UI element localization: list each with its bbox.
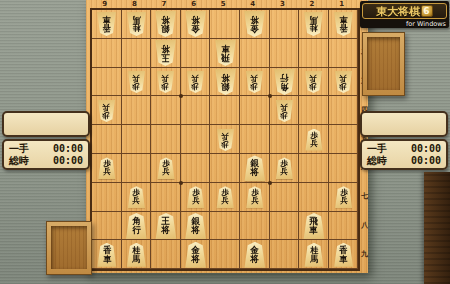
left-move-time-label: 一手 xyxy=(9,143,29,155)
board-square-2三[interactable]: 歩兵 xyxy=(299,68,329,97)
piece-kanji: 金 xyxy=(191,24,200,33)
piece-kanji: 車 xyxy=(221,44,230,53)
gote-piece-飛[interactable]: 飛車 xyxy=(214,40,237,66)
sente-piece-金[interactable]: 金将 xyxy=(184,242,207,268)
sente-piece-歩[interactable]: 歩兵 xyxy=(186,186,205,208)
board-square-8一[interactable]: 桂馬 xyxy=(122,10,152,39)
piece-kanji: 車 xyxy=(103,16,111,25)
board-square-2四[interactable] xyxy=(299,96,329,125)
gote-piece-金[interactable]: 金将 xyxy=(184,11,207,37)
logo-subtitle: for Windows xyxy=(406,21,446,28)
piece-kanji: 銀 xyxy=(162,24,171,33)
sente-piece-歩[interactable]: 歩兵 xyxy=(127,186,146,208)
piece-kanji: 金 xyxy=(251,24,260,33)
board-square-1七[interactable]: 歩兵 xyxy=(329,183,359,212)
gote-piece-歩[interactable]: 歩兵 xyxy=(127,71,146,93)
board-star-point xyxy=(268,181,272,185)
logo-title: 東大将棋 xyxy=(375,6,419,17)
right-total-time-label: 総時 xyxy=(367,155,387,167)
left-total-time-value: 00:00 xyxy=(53,155,83,167)
board-square-6四[interactable] xyxy=(181,96,211,125)
wooden-side-panel xyxy=(424,172,450,284)
board-square-1三[interactable]: 歩兵 xyxy=(329,68,359,97)
board-square-7四[interactable] xyxy=(151,96,181,125)
file-label-4: 4 xyxy=(238,0,268,8)
file-label-7: 7 xyxy=(149,0,179,8)
board-square-9四[interactable]: 歩兵 xyxy=(92,96,122,125)
piece-kanji: 兵 xyxy=(251,197,259,205)
board-square-3八[interactable] xyxy=(270,212,300,241)
board-square-7九[interactable] xyxy=(151,240,181,269)
right-total-time-value: 00:00 xyxy=(411,155,441,167)
left-piece-stand[interactable] xyxy=(46,221,92,275)
board-square-6九[interactable]: 金将 xyxy=(181,240,211,269)
right-player-name-plate xyxy=(360,111,448,137)
board-grid[interactable]: 香車桂馬銀将金将金将桂馬香車玉将飛車歩兵歩兵歩兵銀将歩兵角行歩兵歩兵歩兵歩兵歩兵… xyxy=(90,8,360,271)
piece-kanji: 将 xyxy=(162,15,171,24)
board-square-8二[interactable] xyxy=(122,39,152,68)
board-square-3五[interactable] xyxy=(270,125,300,154)
file-label-8: 8 xyxy=(120,0,150,8)
board-square-8七[interactable]: 歩兵 xyxy=(122,183,152,212)
sente-piece-歩[interactable]: 歩兵 xyxy=(304,129,323,151)
piece-kanji: 兵 xyxy=(192,74,200,82)
board-square-8四[interactable] xyxy=(122,96,152,125)
piece-kanji: 兵 xyxy=(310,74,318,82)
piece-kanji: 将 xyxy=(162,226,171,235)
board-square-2一[interactable]: 桂馬 xyxy=(299,10,329,39)
sente-piece-王[interactable]: 王将 xyxy=(154,213,177,239)
sente-piece-桂[interactable]: 桂馬 xyxy=(303,243,324,267)
gote-piece-歩[interactable]: 歩兵 xyxy=(334,71,353,93)
piece-kanji: 車 xyxy=(103,255,111,264)
piece-kanji: 馬 xyxy=(310,255,318,264)
piece-kanji: 馬 xyxy=(132,255,140,264)
piece-kanji: 兵 xyxy=(340,197,348,205)
board-square-4二[interactable] xyxy=(240,39,270,68)
board-square-8八[interactable]: 角行 xyxy=(122,212,152,241)
piece-kanji: 銀 xyxy=(221,82,230,91)
board-square-5一[interactable] xyxy=(210,10,240,39)
gote-piece-歩[interactable]: 歩兵 xyxy=(275,100,294,122)
board-square-4六[interactable]: 銀将 xyxy=(240,154,270,183)
board-square-7三[interactable]: 歩兵 xyxy=(151,68,181,97)
board-square-5八[interactable] xyxy=(210,212,240,241)
piece-kanji: 兵 xyxy=(103,103,111,111)
sente-piece-歩[interactable]: 歩兵 xyxy=(216,186,235,208)
shogi-app-window: 987654321 一二三四五六七八九 香車桂馬銀将金将金将桂馬香車玉将飛車歩兵… xyxy=(0,0,450,284)
piece-kanji: 兵 xyxy=(281,103,289,111)
piece-kanji: 兵 xyxy=(221,197,229,205)
board-square-3三[interactable]: 角行 xyxy=(270,68,300,97)
piece-kanji: 兵 xyxy=(103,168,111,176)
piece-kanji: 行 xyxy=(280,73,289,82)
logo-version-badge: 6 xyxy=(421,5,433,17)
sente-piece-歩[interactable]: 歩兵 xyxy=(245,186,264,208)
piece-kanji: 桂 xyxy=(310,24,318,33)
sente-piece-歩[interactable]: 歩兵 xyxy=(334,186,353,208)
board-square-6三[interactable]: 歩兵 xyxy=(181,68,211,97)
sente-piece-香[interactable]: 香車 xyxy=(333,243,354,267)
board-square-2七[interactable] xyxy=(299,183,329,212)
piece-kanji: 歩 xyxy=(162,82,170,90)
board-square-7八[interactable]: 王将 xyxy=(151,212,181,241)
board-square-6二[interactable] xyxy=(181,39,211,68)
board-square-3九[interactable] xyxy=(270,240,300,269)
piece-kanji: 歩 xyxy=(192,82,200,90)
sente-piece-金[interactable]: 金将 xyxy=(243,242,266,268)
gote-piece-歩[interactable]: 歩兵 xyxy=(186,71,205,93)
board-square-2八[interactable]: 飛車 xyxy=(299,212,329,241)
board-square-7七[interactable] xyxy=(151,183,181,212)
board-square-5五[interactable]: 歩兵 xyxy=(210,125,240,154)
gote-piece-歩[interactable]: 歩兵 xyxy=(245,71,264,93)
left-player-clock: 一手 00:00 総時 00:00 xyxy=(2,139,90,170)
board-square-3六[interactable]: 歩兵 xyxy=(270,154,300,183)
gote-piece-香[interactable]: 香車 xyxy=(96,12,117,36)
board-square-4九[interactable]: 金将 xyxy=(240,240,270,269)
piece-kanji: 兵 xyxy=(251,74,259,82)
right-piece-stand[interactable] xyxy=(362,32,405,96)
app-logo: 東大将棋 6 for Windows xyxy=(360,1,449,28)
board-square-2六[interactable] xyxy=(299,154,329,183)
piece-kanji: 歩 xyxy=(251,82,259,90)
board-square-3七[interactable] xyxy=(270,183,300,212)
sente-piece-歩[interactable]: 歩兵 xyxy=(156,157,175,179)
board-square-5三[interactable]: 銀将 xyxy=(210,68,240,97)
board-square-7六[interactable]: 歩兵 xyxy=(151,154,181,183)
piece-kanji: 車 xyxy=(310,226,319,235)
piece-kanji: 歩 xyxy=(133,82,141,90)
right-player-clock: 一手 00:00 総時 00:00 xyxy=(360,139,448,170)
board-square-2五[interactable]: 歩兵 xyxy=(299,125,329,154)
right-piece-stand-tray xyxy=(367,37,400,90)
board-square-1六[interactable] xyxy=(329,154,359,183)
rank-label-九: 九 xyxy=(360,249,369,259)
gote-piece-銀[interactable]: 銀将 xyxy=(214,69,237,95)
piece-kanji: 行 xyxy=(132,226,141,235)
sente-piece-角[interactable]: 角行 xyxy=(125,213,148,239)
board-square-1九[interactable]: 香車 xyxy=(329,240,359,269)
piece-kanji: 桂 xyxy=(132,24,140,33)
file-label-2: 2 xyxy=(297,0,327,8)
board-square-5七[interactable]: 歩兵 xyxy=(210,183,240,212)
piece-kanji: 将 xyxy=(191,226,200,235)
board-square-6五[interactable] xyxy=(181,125,211,154)
piece-kanji: 歩 xyxy=(310,82,318,90)
right-move-time-label: 一手 xyxy=(367,143,387,155)
gote-piece-桂[interactable]: 桂馬 xyxy=(303,12,324,36)
gote-piece-金[interactable]: 金将 xyxy=(243,11,266,37)
gote-piece-歩[interactable]: 歩兵 xyxy=(304,71,323,93)
gote-piece-香[interactable]: 香車 xyxy=(333,12,354,36)
left-move-time-value: 00:00 xyxy=(53,143,83,155)
gote-piece-角[interactable]: 角行 xyxy=(273,69,296,95)
piece-kanji: 将 xyxy=(191,15,200,24)
piece-kanji: 香 xyxy=(340,24,348,33)
gote-piece-歩[interactable]: 歩兵 xyxy=(156,71,175,93)
board-square-4七[interactable]: 歩兵 xyxy=(240,183,270,212)
board-square-6六[interactable] xyxy=(181,154,211,183)
piece-kanji: 兵 xyxy=(221,132,229,140)
board-square-2九[interactable]: 桂馬 xyxy=(299,240,329,269)
board-square-9六[interactable]: 歩兵 xyxy=(92,154,122,183)
piece-kanji: 兵 xyxy=(162,168,170,176)
piece-kanji: 歩 xyxy=(340,82,348,90)
piece-kanji: 兵 xyxy=(162,74,170,82)
board-star-point xyxy=(179,181,183,185)
file-label-5: 5 xyxy=(208,0,238,8)
left-piece-stand-tray xyxy=(51,226,87,269)
board-square-8五[interactable] xyxy=(122,125,152,154)
piece-kanji: 兵 xyxy=(192,197,200,205)
piece-kanji: 兵 xyxy=(281,168,289,176)
board-square-1一[interactable]: 香車 xyxy=(329,10,359,39)
piece-kanji: 兵 xyxy=(133,74,141,82)
piece-kanji: 飛 xyxy=(221,53,230,62)
piece-kanji: 将 xyxy=(221,73,230,82)
file-label-6: 6 xyxy=(179,0,209,8)
logo-frame: 東大将棋 6 xyxy=(362,3,447,19)
board-square-4一[interactable]: 金将 xyxy=(240,10,270,39)
board-square-8九[interactable]: 桂馬 xyxy=(122,240,152,269)
board-square-6七[interactable]: 歩兵 xyxy=(181,183,211,212)
piece-kanji: 将 xyxy=(251,15,260,24)
board-square-9三[interactable] xyxy=(92,68,122,97)
piece-kanji: 角 xyxy=(280,82,289,91)
piece-kanji: 将 xyxy=(162,44,171,53)
gote-piece-歩[interactable]: 歩兵 xyxy=(97,100,116,122)
file-label-9: 9 xyxy=(90,0,120,8)
file-label-1: 1 xyxy=(327,0,357,8)
right-move-time-value: 00:00 xyxy=(411,143,441,155)
shogi-board: 987654321 一二三四五六七八九 香車桂馬銀将金将金将桂馬香車玉将飛車歩兵… xyxy=(86,0,368,273)
piece-kanji: 将 xyxy=(251,168,260,177)
board-square-1八[interactable] xyxy=(329,212,359,241)
rank-label-七: 七 xyxy=(360,191,369,201)
board-square-8六[interactable] xyxy=(122,154,152,183)
left-player-name-plate xyxy=(2,111,90,137)
sente-piece-銀[interactable]: 銀将 xyxy=(243,155,266,181)
board-square-3二[interactable] xyxy=(270,39,300,68)
board-square-9七[interactable] xyxy=(92,183,122,212)
board-square-9二[interactable] xyxy=(92,39,122,68)
sente-piece-香[interactable]: 香車 xyxy=(96,243,117,267)
piece-kanji: 兵 xyxy=(310,140,318,148)
board-square-7一[interactable]: 銀将 xyxy=(151,10,181,39)
board-square-9八[interactable] xyxy=(92,212,122,241)
gote-piece-銀[interactable]: 銀将 xyxy=(154,11,177,37)
gote-piece-歩[interactable]: 歩兵 xyxy=(216,129,235,151)
board-square-7五[interactable] xyxy=(151,125,181,154)
board-square-4八[interactable] xyxy=(240,212,270,241)
board-square-3一[interactable] xyxy=(270,10,300,39)
board-square-2二[interactable] xyxy=(299,39,329,68)
board-square-9五[interactable] xyxy=(92,125,122,154)
board-square-5九[interactable] xyxy=(210,240,240,269)
board-square-1四[interactable] xyxy=(329,96,359,125)
sente-piece-飛[interactable]: 飛車 xyxy=(302,213,325,239)
board-square-8三[interactable]: 歩兵 xyxy=(122,68,152,97)
sente-piece-歩[interactable]: 歩兵 xyxy=(275,157,294,179)
gote-piece-玉[interactable]: 玉将 xyxy=(154,40,177,66)
piece-kanji: 車 xyxy=(340,255,348,264)
board-square-1二[interactable] xyxy=(329,39,359,68)
piece-kanji: 香 xyxy=(103,24,111,33)
board-square-5四[interactable] xyxy=(210,96,240,125)
sente-piece-歩[interactable]: 歩兵 xyxy=(97,157,116,179)
piece-kanji: 兵 xyxy=(133,197,141,205)
sente-piece-桂[interactable]: 桂馬 xyxy=(126,243,147,267)
board-square-9一[interactable]: 香車 xyxy=(92,10,122,39)
board-square-1五[interactable] xyxy=(329,125,359,154)
sente-piece-銀[interactable]: 銀将 xyxy=(184,213,207,239)
board-square-5二[interactable]: 飛車 xyxy=(210,39,240,68)
rank-label-八: 八 xyxy=(360,220,369,230)
board-square-3四[interactable]: 歩兵 xyxy=(270,96,300,125)
left-total-time-label: 総時 xyxy=(9,155,29,167)
board-square-6八[interactable]: 銀将 xyxy=(181,212,211,241)
file-label-3: 3 xyxy=(268,0,298,8)
piece-kanji: 玉 xyxy=(162,53,171,62)
board-square-7二[interactable]: 玉将 xyxy=(151,39,181,68)
gote-piece-桂[interactable]: 桂馬 xyxy=(126,12,147,36)
board-square-4三[interactable]: 歩兵 xyxy=(240,68,270,97)
piece-kanji: 車 xyxy=(340,16,348,25)
board-square-5六[interactable] xyxy=(210,154,240,183)
board-square-4五[interactable] xyxy=(240,125,270,154)
piece-kanji: 馬 xyxy=(132,16,140,25)
piece-kanji: 将 xyxy=(251,255,260,264)
piece-kanji: 馬 xyxy=(310,16,318,25)
piece-kanji: 将 xyxy=(191,255,200,264)
board-square-9九[interactable]: 香車 xyxy=(92,240,122,269)
piece-kanji: 兵 xyxy=(340,74,348,82)
board-square-4四[interactable] xyxy=(240,96,270,125)
board-square-6一[interactable]: 金将 xyxy=(181,10,211,39)
